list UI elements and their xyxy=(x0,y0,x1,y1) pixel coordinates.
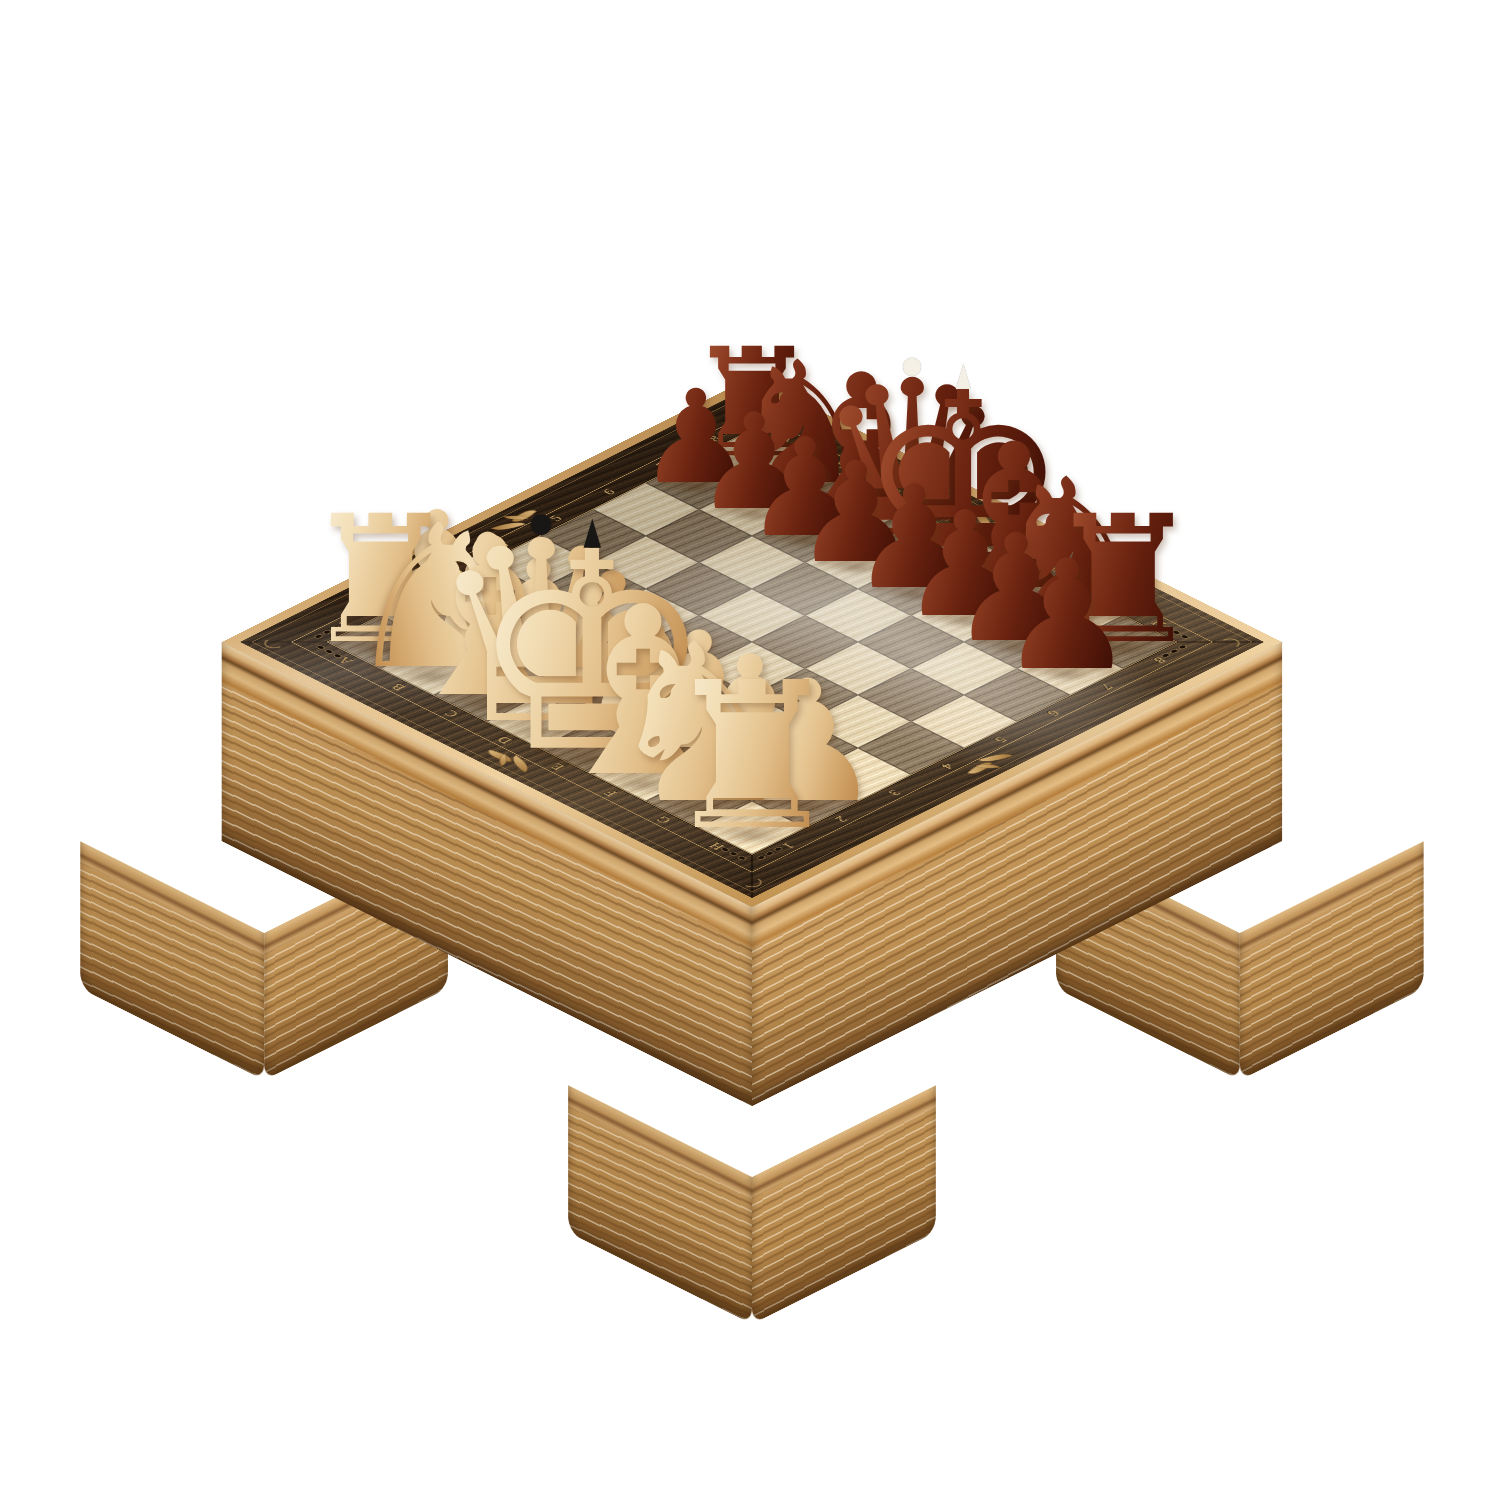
pieces-layer: ♜♞♟♝♟●♛♟▲♚♟♝♟♞♟♟♜♟♟♜♟♟♞♟♝♟●♛♟▲♚♟♝♟♞♜ xyxy=(0,0,1500,1500)
rook-glyph: ♜ xyxy=(661,675,843,837)
pawn-glyph: ♟ xyxy=(999,555,1135,676)
piece-dark-pawn[interactable]: ♟ xyxy=(999,555,1135,676)
chess-product-scene: AA88BB77CC66DD55EE44FF33GG22HH11 ♜♞♟♝♟●♛… xyxy=(0,0,1500,1500)
piece-white-rook[interactable]: ♜ xyxy=(661,675,843,837)
